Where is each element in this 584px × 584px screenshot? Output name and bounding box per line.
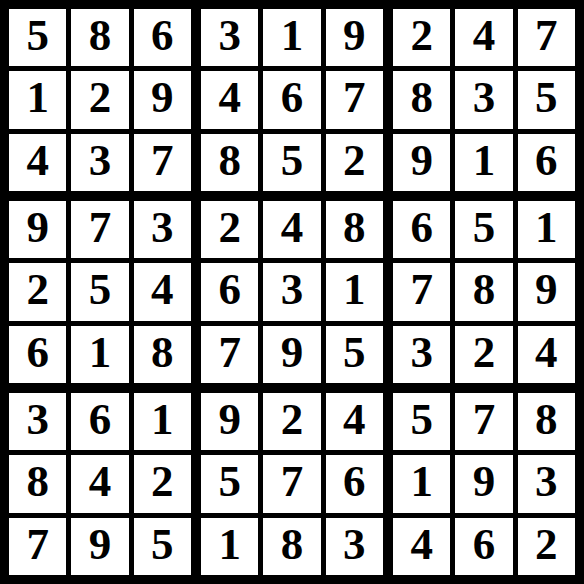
cell-digit: 6 <box>473 522 496 567</box>
cell-digit: 8 <box>343 205 366 250</box>
cell-digit: 1 <box>151 397 174 442</box>
cell-r1c4[interactable]: 3 <box>201 9 258 66</box>
cell-digit: 1 <box>218 522 241 567</box>
cell-digit: 2 <box>473 330 496 375</box>
cell-digit: 5 <box>410 397 433 442</box>
cell-r7c5[interactable]: 2 <box>263 393 320 450</box>
cell-r4c9[interactable]: 1 <box>518 201 575 258</box>
cell-r9c8[interactable]: 6 <box>455 518 512 575</box>
cell-r5c5[interactable]: 3 <box>263 263 320 320</box>
cell-r8c5[interactable]: 7 <box>263 455 320 512</box>
cell-digit: 4 <box>218 75 241 120</box>
cell-r2c7[interactable]: 8 <box>393 71 450 128</box>
cell-r9c4[interactable]: 1 <box>201 518 258 575</box>
cell-digit: 3 <box>535 459 558 504</box>
cell-r7c1[interactable]: 3 <box>9 393 66 450</box>
cell-digit: 1 <box>343 267 366 312</box>
cell-digit: 4 <box>473 13 496 58</box>
cell-r3c1[interactable]: 4 <box>9 134 66 191</box>
cell-digit: 3 <box>343 522 366 567</box>
cell-digit: 7 <box>473 397 496 442</box>
cell-r1c6[interactable]: 9 <box>326 9 383 66</box>
cell-digit: 7 <box>343 75 366 120</box>
cell-r3c9[interactable]: 6 <box>518 134 575 191</box>
cell-digit: 7 <box>410 267 433 312</box>
cell-digit: 9 <box>281 330 304 375</box>
cell-r3c4[interactable]: 8 <box>201 134 258 191</box>
cell-digit: 6 <box>89 397 112 442</box>
cell-digit: 4 <box>151 267 174 312</box>
cell-r4c1[interactable]: 9 <box>9 201 66 258</box>
cell-digit: 7 <box>535 13 558 58</box>
cell-digit: 5 <box>151 522 174 567</box>
cell-digit: 4 <box>281 205 304 250</box>
cell-digit: 8 <box>89 13 112 58</box>
cell-r6c2[interactable]: 1 <box>71 326 128 383</box>
cell-r9c7[interactable]: 4 <box>393 518 450 575</box>
cell-r5c8[interactable]: 8 <box>455 263 512 320</box>
cell-digit: 6 <box>151 13 174 58</box>
cell-r8c6[interactable]: 6 <box>326 455 383 512</box>
cell-digit: 8 <box>410 75 433 120</box>
cell-digit: 4 <box>535 330 558 375</box>
cell-r2c4[interactable]: 4 <box>201 71 258 128</box>
cell-digit: 1 <box>26 75 49 120</box>
cell-r5c1[interactable]: 2 <box>9 263 66 320</box>
cell-digit: 6 <box>410 205 433 250</box>
cell-r8c8[interactable]: 9 <box>455 455 512 512</box>
cell-r1c7[interactable]: 2 <box>393 9 450 66</box>
cell-digit: 8 <box>218 138 241 183</box>
cell-digit: 3 <box>89 138 112 183</box>
cell-r4c2[interactable]: 7 <box>71 201 128 258</box>
cell-digit: 2 <box>151 459 174 504</box>
cell-digit: 9 <box>218 397 241 442</box>
cell-r8c4[interactable]: 5 <box>201 455 258 512</box>
cell-r6c9[interactable]: 4 <box>518 326 575 383</box>
sudoku-box-1: 586129437 <box>9 9 191 191</box>
cell-r2c6[interactable]: 7 <box>326 71 383 128</box>
cell-digit: 9 <box>473 459 496 504</box>
cell-digit: 4 <box>89 459 112 504</box>
cell-r1c5[interactable]: 1 <box>263 9 320 66</box>
cell-r8c1[interactable]: 8 <box>9 455 66 512</box>
cell-r3c6[interactable]: 2 <box>326 134 383 191</box>
cell-r6c4[interactable]: 7 <box>201 326 258 383</box>
cell-r7c3[interactable]: 1 <box>134 393 191 450</box>
cell-r3c3[interactable]: 7 <box>134 134 191 191</box>
cell-digit: 5 <box>473 205 496 250</box>
cell-digit: 7 <box>151 138 174 183</box>
cell-r1c3[interactable]: 6 <box>134 9 191 66</box>
cell-r8c7[interactable]: 1 <box>393 455 450 512</box>
cell-digit: 9 <box>26 205 49 250</box>
cell-digit: 3 <box>473 75 496 120</box>
cell-r8c9[interactable]: 3 <box>518 455 575 512</box>
sudoku-box-5: 248631795 <box>201 201 383 383</box>
cell-r1c8[interactable]: 4 <box>455 9 512 66</box>
cell-digit: 2 <box>89 75 112 120</box>
cell-digit: 5 <box>218 459 241 504</box>
cell-digit: 2 <box>410 13 433 58</box>
cell-digit: 4 <box>410 522 433 567</box>
cell-r2c3[interactable]: 9 <box>134 71 191 128</box>
cell-digit: 1 <box>281 13 304 58</box>
cell-r4c7[interactable]: 6 <box>393 201 450 258</box>
cell-digit: 7 <box>89 205 112 250</box>
cell-digit: 3 <box>151 205 174 250</box>
cell-digit: 6 <box>535 138 558 183</box>
cell-digit: 3 <box>410 330 433 375</box>
cell-digit: 5 <box>281 138 304 183</box>
cell-r6c5[interactable]: 9 <box>263 326 320 383</box>
cell-digit: 5 <box>535 75 558 120</box>
cell-digit: 4 <box>343 397 366 442</box>
cell-digit: 2 <box>218 205 241 250</box>
sudoku-box-4: 973254618 <box>9 201 191 383</box>
cell-r9c9[interactable]: 2 <box>518 518 575 575</box>
sudoku-box-9: 578193462 <box>393 393 575 575</box>
cell-r6c7[interactable]: 3 <box>393 326 450 383</box>
cell-r6c3[interactable]: 8 <box>134 326 191 383</box>
cell-r5c6[interactable]: 1 <box>326 263 383 320</box>
cell-digit: 9 <box>151 75 174 120</box>
sudoku-box-7: 361842795 <box>9 393 191 575</box>
cell-digit: 6 <box>218 267 241 312</box>
cell-r3c7[interactable]: 9 <box>393 134 450 191</box>
cell-digit: 3 <box>26 397 49 442</box>
cell-digit: 9 <box>89 522 112 567</box>
cell-digit: 7 <box>26 522 49 567</box>
cell-r9c2[interactable]: 9 <box>71 518 128 575</box>
cell-digit: 8 <box>473 267 496 312</box>
cell-digit: 8 <box>281 522 304 567</box>
cell-digit: 1 <box>535 205 558 250</box>
cell-digit: 1 <box>410 459 433 504</box>
cell-digit: 7 <box>218 330 241 375</box>
cell-r7c7[interactable]: 5 <box>393 393 450 450</box>
cell-digit: 1 <box>473 138 496 183</box>
cell-r2c5[interactable]: 6 <box>263 71 320 128</box>
cell-digit: 9 <box>535 267 558 312</box>
cell-r6c1[interactable]: 6 <box>9 326 66 383</box>
cell-digit: 2 <box>281 397 304 442</box>
cell-r5c9[interactable]: 9 <box>518 263 575 320</box>
cell-digit: 3 <box>218 13 241 58</box>
cell-r3c5[interactable]: 5 <box>263 134 320 191</box>
cell-digit: 5 <box>89 267 112 312</box>
cell-r1c2[interactable]: 8 <box>71 9 128 66</box>
cell-digit: 8 <box>151 330 174 375</box>
cell-r4c8[interactable]: 5 <box>455 201 512 258</box>
cell-digit: 6 <box>281 75 304 120</box>
cell-r5c4[interactable]: 6 <box>201 263 258 320</box>
cell-r7c4[interactable]: 9 <box>201 393 258 450</box>
cell-r9c1[interactable]: 7 <box>9 518 66 575</box>
cell-r6c8[interactable]: 2 <box>455 326 512 383</box>
cell-digit: 8 <box>26 459 49 504</box>
cell-digit: 2 <box>343 138 366 183</box>
cell-digit: 8 <box>535 397 558 442</box>
sudoku-box-6: 651789324 <box>393 201 575 383</box>
cell-r7c8[interactable]: 7 <box>455 393 512 450</box>
cell-r7c6[interactable]: 4 <box>326 393 383 450</box>
cell-r9c5[interactable]: 8 <box>263 518 320 575</box>
cell-r2c2[interactable]: 2 <box>71 71 128 128</box>
sudoku-box-3: 247835916 <box>393 9 575 191</box>
cell-r9c3[interactable]: 5 <box>134 518 191 575</box>
cell-r7c9[interactable]: 8 <box>518 393 575 450</box>
cell-digit: 2 <box>535 522 558 567</box>
cell-digit: 6 <box>343 459 366 504</box>
cell-digit: 5 <box>26 13 49 58</box>
cell-r8c2[interactable]: 4 <box>71 455 128 512</box>
cell-r7c2[interactable]: 6 <box>71 393 128 450</box>
cell-r4c3[interactable]: 3 <box>134 201 191 258</box>
cell-r2c9[interactable]: 5 <box>518 71 575 128</box>
cell-r4c6[interactable]: 8 <box>326 201 383 258</box>
cell-r1c9[interactable]: 7 <box>518 9 575 66</box>
cell-r9c6[interactable]: 3 <box>326 518 383 575</box>
sudoku-box-2: 319467852 <box>201 9 383 191</box>
cell-r1c1[interactable]: 5 <box>9 9 66 66</box>
cell-r3c8[interactable]: 1 <box>455 134 512 191</box>
cell-r2c8[interactable]: 3 <box>455 71 512 128</box>
cell-r5c2[interactable]: 5 <box>71 263 128 320</box>
cell-r4c4[interactable]: 2 <box>201 201 258 258</box>
cell-r6c6[interactable]: 5 <box>326 326 383 383</box>
sudoku-box-8: 924576183 <box>201 393 383 575</box>
sudoku-board: 5861294373194678522478359169732546182486… <box>0 0 584 584</box>
cell-digit: 7 <box>281 459 304 504</box>
cell-digit: 3 <box>281 267 304 312</box>
cell-r5c3[interactable]: 4 <box>134 263 191 320</box>
cell-r8c3[interactable]: 2 <box>134 455 191 512</box>
cell-digit: 5 <box>343 330 366 375</box>
cell-digit: 6 <box>26 330 49 375</box>
cell-digit: 9 <box>343 13 366 58</box>
cell-digit: 2 <box>26 267 49 312</box>
cell-digit: 4 <box>26 138 49 183</box>
cell-digit: 1 <box>89 330 112 375</box>
cell-digit: 9 <box>410 138 433 183</box>
cell-r5c7[interactable]: 7 <box>393 263 450 320</box>
cell-r4c5[interactable]: 4 <box>263 201 320 258</box>
cell-r3c2[interactable]: 3 <box>71 134 128 191</box>
cell-r2c1[interactable]: 1 <box>9 71 66 128</box>
